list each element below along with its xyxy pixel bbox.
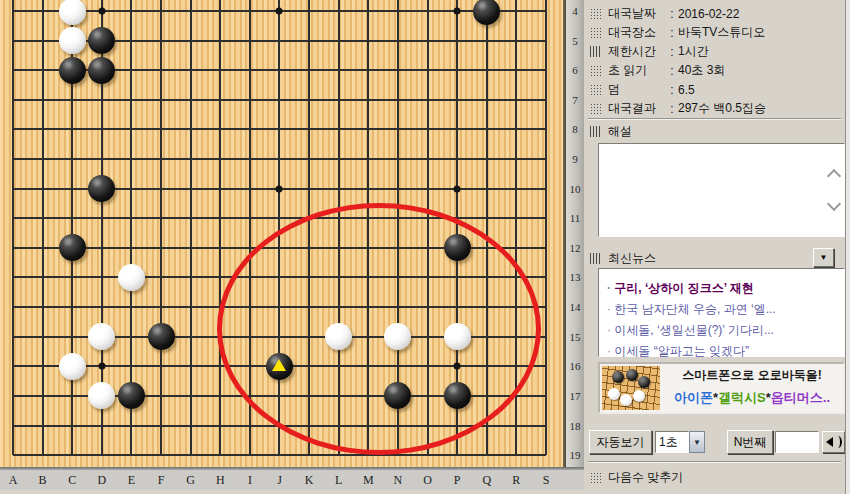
intersection-B7[interactable] <box>28 85 58 115</box>
intersection-O18[interactable] <box>413 411 443 441</box>
intersection-L9[interactable] <box>324 144 354 174</box>
intersection-Q16[interactable] <box>472 352 502 382</box>
intersection-P12[interactable] <box>442 233 472 263</box>
intersection-S13[interactable] <box>531 263 561 293</box>
intersection-B14[interactable] <box>28 292 58 322</box>
intersection-D14[interactable] <box>87 292 117 322</box>
intersection-R12[interactable] <box>502 233 532 263</box>
intersection-F6[interactable] <box>146 55 176 85</box>
intersection-M16[interactable] <box>354 352 384 382</box>
intersection-F12[interactable] <box>146 233 176 263</box>
intersection-M10[interactable] <box>354 174 384 204</box>
intersection-C5[interactable] <box>57 26 87 56</box>
intersection-E11[interactable] <box>117 203 147 233</box>
intersection-Q5[interactable] <box>472 26 502 56</box>
intersection-Q4[interactable] <box>472 0 502 26</box>
intersection-G5[interactable] <box>176 26 206 56</box>
intersection-S10[interactable] <box>531 174 561 204</box>
intersection-O11[interactable] <box>413 203 443 233</box>
intersection-S17[interactable] <box>531 381 561 411</box>
intersection-B16[interactable] <box>28 352 58 382</box>
intersection-H4[interactable] <box>205 0 235 26</box>
intersection-F10[interactable] <box>146 174 176 204</box>
intersection-A10[interactable] <box>0 174 28 204</box>
intersection-E8[interactable] <box>117 115 147 145</box>
intersection-O14[interactable] <box>413 292 443 322</box>
intersection-B13[interactable] <box>28 263 58 293</box>
intersection-S4[interactable] <box>531 0 561 26</box>
intersection-K18[interactable] <box>294 411 324 441</box>
intersection-O19[interactable] <box>413 440 443 467</box>
intersection-H15[interactable] <box>205 322 235 352</box>
intersection-G8[interactable] <box>176 115 206 145</box>
intersection-D11[interactable] <box>87 203 117 233</box>
intersection-G17[interactable] <box>176 381 206 411</box>
intersection-J15[interactable] <box>265 322 295 352</box>
intersection-I17[interactable] <box>235 381 265 411</box>
intersection-D18[interactable] <box>87 411 117 441</box>
intersection-O9[interactable] <box>413 144 443 174</box>
intersection-M5[interactable] <box>354 26 384 56</box>
intersection-N4[interactable] <box>383 0 413 26</box>
intersection-M15[interactable] <box>354 322 384 352</box>
intersection-F19[interactable] <box>146 440 176 467</box>
intersection-E16[interactable] <box>117 352 147 382</box>
intersection-A13[interactable] <box>0 263 28 293</box>
intersection-H5[interactable] <box>205 26 235 56</box>
intersection-J9[interactable] <box>265 144 295 174</box>
intersection-P13[interactable] <box>442 263 472 293</box>
intersection-Q6[interactable] <box>472 55 502 85</box>
intersection-I12[interactable] <box>235 233 265 263</box>
intersection-N15[interactable] <box>383 322 413 352</box>
intersection-G7[interactable] <box>176 85 206 115</box>
intersection-M17[interactable] <box>354 381 384 411</box>
intersection-C7[interactable] <box>57 85 87 115</box>
intersection-B15[interactable] <box>28 322 58 352</box>
intersection-R4[interactable] <box>502 0 532 26</box>
intersection-I11[interactable] <box>235 203 265 233</box>
intersection-N8[interactable] <box>383 115 413 145</box>
intersection-S5[interactable] <box>531 26 561 56</box>
intersection-F5[interactable] <box>146 26 176 56</box>
intersection-P8[interactable] <box>442 115 472 145</box>
intersection-J12[interactable] <box>265 233 295 263</box>
intersection-Q11[interactable] <box>472 203 502 233</box>
intersection-N10[interactable] <box>383 174 413 204</box>
intersection-H19[interactable] <box>205 440 235 467</box>
intersection-A8[interactable] <box>0 115 28 145</box>
intersection-P9[interactable] <box>442 144 472 174</box>
intersection-C8[interactable] <box>57 115 87 145</box>
intersection-L6[interactable] <box>324 55 354 85</box>
intersection-K7[interactable] <box>294 85 324 115</box>
intersection-K17[interactable] <box>294 381 324 411</box>
intersection-I16[interactable] <box>235 352 265 382</box>
combo-arrow-icon[interactable]: ▼ <box>689 431 705 453</box>
intersection-R9[interactable] <box>502 144 532 174</box>
intersection-A7[interactable] <box>0 85 28 115</box>
intersection-H16[interactable] <box>205 352 235 382</box>
intersection-C18[interactable] <box>57 411 87 441</box>
news-listbox[interactable]: 구리, ‘상하이 징크스’ 재현한국 남자단체 우승, 과연 ‘엘...이세돌,… <box>598 268 845 357</box>
intersection-O8[interactable] <box>413 115 443 145</box>
intersection-L17[interactable] <box>324 381 354 411</box>
intersection-F18[interactable] <box>146 411 176 441</box>
intersection-D6[interactable] <box>87 55 117 85</box>
intersection-M12[interactable] <box>354 233 384 263</box>
intersection-G13[interactable] <box>176 263 206 293</box>
intersection-M18[interactable] <box>354 411 384 441</box>
intersection-J13[interactable] <box>265 263 295 293</box>
intersection-M6[interactable] <box>354 55 384 85</box>
intersection-D12[interactable] <box>87 233 117 263</box>
intersection-L19[interactable] <box>324 440 354 467</box>
intersection-Q18[interactable] <box>472 411 502 441</box>
intersection-P6[interactable] <box>442 55 472 85</box>
intersection-L12[interactable] <box>324 233 354 263</box>
intersection-K12[interactable] <box>294 233 324 263</box>
intersection-F16[interactable] <box>146 352 176 382</box>
intersection-O16[interactable] <box>413 352 443 382</box>
intersection-R7[interactable] <box>502 85 532 115</box>
intersection-A15[interactable] <box>0 322 28 352</box>
intersection-Q19[interactable] <box>472 440 502 467</box>
intersection-O4[interactable] <box>413 0 443 26</box>
intersection-M19[interactable] <box>354 440 384 467</box>
intersection-N9[interactable] <box>383 144 413 174</box>
intersection-E14[interactable] <box>117 292 147 322</box>
auto-view-button[interactable]: 자동보기 <box>589 430 652 454</box>
intersection-M7[interactable] <box>354 85 384 115</box>
intersection-M14[interactable] <box>354 292 384 322</box>
intersection-N18[interactable] <box>383 411 413 441</box>
intersection-F17[interactable] <box>146 381 176 411</box>
intersection-C14[interactable] <box>57 292 87 322</box>
intersection-G16[interactable] <box>176 352 206 382</box>
intersection-R11[interactable] <box>502 203 532 233</box>
intersection-N14[interactable] <box>383 292 413 322</box>
intersection-I5[interactable] <box>235 26 265 56</box>
intersection-Q12[interactable] <box>472 233 502 263</box>
intersection-O13[interactable] <box>413 263 443 293</box>
chevron-up-icon[interactable] <box>829 168 838 177</box>
intersection-G9[interactable] <box>176 144 206 174</box>
intersection-P16[interactable] <box>442 352 472 382</box>
intersection-K10[interactable] <box>294 174 324 204</box>
interval-value[interactable]: 1초 <box>655 431 689 453</box>
intersection-L15[interactable] <box>324 322 354 352</box>
intersection-D10[interactable] <box>87 174 117 204</box>
intersection-F13[interactable] <box>146 263 176 293</box>
intersection-C16[interactable] <box>57 352 87 382</box>
intersection-M8[interactable] <box>354 115 384 145</box>
intersection-K19[interactable] <box>294 440 324 467</box>
intersection-K14[interactable] <box>294 292 324 322</box>
intersection-G19[interactable] <box>176 440 206 467</box>
intersection-P10[interactable] <box>442 174 472 204</box>
intersection-P18[interactable] <box>442 411 472 441</box>
interval-combobox[interactable]: 1초 ▼ <box>655 431 705 453</box>
intersection-J17[interactable] <box>265 381 295 411</box>
intersection-R6[interactable] <box>502 55 532 85</box>
intersection-M4[interactable] <box>354 0 384 26</box>
intersection-L16[interactable] <box>324 352 354 382</box>
intersection-I13[interactable] <box>235 263 265 293</box>
intersection-R5[interactable] <box>502 26 532 56</box>
intersection-B6[interactable] <box>28 55 58 85</box>
move-number-input[interactable] <box>775 431 819 453</box>
intersection-J8[interactable] <box>265 115 295 145</box>
intersection-K16[interactable] <box>294 352 324 382</box>
intersection-F9[interactable] <box>146 144 176 174</box>
intersection-P15[interactable] <box>442 322 472 352</box>
intersection-B11[interactable] <box>28 203 58 233</box>
intersection-J10[interactable] <box>265 174 295 204</box>
intersection-B18[interactable] <box>28 411 58 441</box>
intersection-Q10[interactable] <box>472 174 502 204</box>
intersection-L13[interactable] <box>324 263 354 293</box>
intersection-A17[interactable] <box>0 381 28 411</box>
intersection-D9[interactable] <box>87 144 117 174</box>
intersection-H9[interactable] <box>205 144 235 174</box>
intersection-Q17[interactable] <box>472 381 502 411</box>
intersection-R13[interactable] <box>502 263 532 293</box>
intersection-B5[interactable] <box>28 26 58 56</box>
intersection-E19[interactable] <box>117 440 147 467</box>
intersection-K11[interactable] <box>294 203 324 233</box>
intersection-N12[interactable] <box>383 233 413 263</box>
intersection-N13[interactable] <box>383 263 413 293</box>
intersection-P5[interactable] <box>442 26 472 56</box>
intersection-E4[interactable] <box>117 0 147 26</box>
intersection-E12[interactable] <box>117 233 147 263</box>
news-item-3[interactable]: 이세돌 “알파고는 잊겠다” <box>599 341 844 362</box>
intersection-O5[interactable] <box>413 26 443 56</box>
intersection-D17[interactable] <box>87 381 117 411</box>
intersection-Q14[interactable] <box>472 292 502 322</box>
intersection-A16[interactable] <box>0 352 28 382</box>
intersection-I15[interactable] <box>235 322 265 352</box>
intersection-J16[interactable] <box>265 352 295 382</box>
intersection-I18[interactable] <box>235 411 265 441</box>
intersection-B10[interactable] <box>28 174 58 204</box>
intersection-S14[interactable] <box>531 292 561 322</box>
intersection-N5[interactable] <box>383 26 413 56</box>
intersection-R19[interactable] <box>502 440 532 467</box>
intersection-D7[interactable] <box>87 85 117 115</box>
intersection-G10[interactable] <box>176 174 206 204</box>
intersection-F4[interactable] <box>146 0 176 26</box>
intersection-H7[interactable] <box>205 85 235 115</box>
intersection-P19[interactable] <box>442 440 472 467</box>
intersection-K15[interactable] <box>294 322 324 352</box>
intersection-N17[interactable] <box>383 381 413 411</box>
intersection-N11[interactable] <box>383 203 413 233</box>
intersection-K8[interactable] <box>294 115 324 145</box>
intersection-L7[interactable] <box>324 85 354 115</box>
intersection-Q9[interactable] <box>472 144 502 174</box>
intersection-G4[interactable] <box>176 0 206 26</box>
intersection-A19[interactable] <box>0 440 28 467</box>
intersection-D16[interactable] <box>87 352 117 382</box>
intersection-C15[interactable] <box>57 322 87 352</box>
intersection-C4[interactable] <box>57 0 87 26</box>
intersection-K6[interactable] <box>294 55 324 85</box>
intersection-A18[interactable] <box>0 411 28 441</box>
intersection-J18[interactable] <box>265 411 295 441</box>
intersection-R18[interactable] <box>502 411 532 441</box>
intersection-F11[interactable] <box>146 203 176 233</box>
intersection-Q15[interactable] <box>472 322 502 352</box>
intersection-D8[interactable] <box>87 115 117 145</box>
intersection-H17[interactable] <box>205 381 235 411</box>
ad-banner[interactable]: 스마트폰으로 오로바둑을! 아이폰*갤럭시S*옵티머스.. <box>598 362 845 414</box>
intersection-I19[interactable] <box>235 440 265 467</box>
intersection-S11[interactable] <box>531 203 561 233</box>
intersection-R15[interactable] <box>502 322 532 352</box>
news-item-1[interactable]: 한국 남자단체 우승, 과연 ‘엘... <box>599 299 844 320</box>
intersection-S16[interactable] <box>531 352 561 382</box>
news-item-0[interactable]: 구리, ‘상하이 징크스’ 재현 <box>599 278 844 299</box>
intersection-M13[interactable] <box>354 263 384 293</box>
intersection-H18[interactable] <box>205 411 235 441</box>
intersection-L5[interactable] <box>324 26 354 56</box>
intersection-H14[interactable] <box>205 292 235 322</box>
intersection-C12[interactable] <box>57 233 87 263</box>
intersection-G6[interactable] <box>176 55 206 85</box>
intersection-L18[interactable] <box>324 411 354 441</box>
intersection-R16[interactable] <box>502 352 532 382</box>
intersection-H6[interactable] <box>205 55 235 85</box>
intersection-K4[interactable] <box>294 0 324 26</box>
news-dropdown-button[interactable]: ▼ <box>813 248 834 267</box>
intersection-E6[interactable] <box>117 55 147 85</box>
intersection-G14[interactable] <box>176 292 206 322</box>
intersection-P4[interactable] <box>442 0 472 26</box>
intersection-A11[interactable] <box>0 203 28 233</box>
intersection-L10[interactable] <box>324 174 354 204</box>
intersection-J7[interactable] <box>265 85 295 115</box>
intersection-G15[interactable] <box>176 322 206 352</box>
intersection-O7[interactable] <box>413 85 443 115</box>
intersection-Q7[interactable] <box>472 85 502 115</box>
intersection-S19[interactable] <box>531 440 561 467</box>
intersection-Q8[interactable] <box>472 115 502 145</box>
intersection-S8[interactable] <box>531 115 561 145</box>
intersection-R14[interactable] <box>502 292 532 322</box>
intersection-S18[interactable] <box>531 411 561 441</box>
intersection-S6[interactable] <box>531 55 561 85</box>
intersection-M9[interactable] <box>354 144 384 174</box>
intersection-L11[interactable] <box>324 203 354 233</box>
intersection-B17[interactable] <box>28 381 58 411</box>
intersection-D15[interactable] <box>87 322 117 352</box>
intersection-L8[interactable] <box>324 115 354 145</box>
intersection-E18[interactable] <box>117 411 147 441</box>
intersection-A12[interactable] <box>0 233 28 263</box>
intersection-P14[interactable] <box>442 292 472 322</box>
chevron-down-icon[interactable] <box>829 200 838 209</box>
intersection-C13[interactable] <box>57 263 87 293</box>
intersection-H8[interactable] <box>205 115 235 145</box>
intersection-F7[interactable] <box>146 85 176 115</box>
intersection-E5[interactable] <box>117 26 147 56</box>
intersection-I6[interactable] <box>235 55 265 85</box>
intersection-F8[interactable] <box>146 115 176 145</box>
intersection-L4[interactable] <box>324 0 354 26</box>
intersection-E15[interactable] <box>117 322 147 352</box>
intersection-D13[interactable] <box>87 263 117 293</box>
intersection-Q13[interactable] <box>472 263 502 293</box>
intersection-J19[interactable] <box>265 440 295 467</box>
intersection-C11[interactable] <box>57 203 87 233</box>
intersection-B19[interactable] <box>28 440 58 467</box>
intersection-G11[interactable] <box>176 203 206 233</box>
intersection-F14[interactable] <box>146 292 176 322</box>
intersection-I10[interactable] <box>235 174 265 204</box>
intersection-E13[interactable] <box>117 263 147 293</box>
intersection-A5[interactable] <box>0 26 28 56</box>
intersection-N16[interactable] <box>383 352 413 382</box>
intersection-B12[interactable] <box>28 233 58 263</box>
intersection-A4[interactable] <box>0 0 28 26</box>
intersection-J6[interactable] <box>265 55 295 85</box>
intersection-H11[interactable] <box>205 203 235 233</box>
intersection-O17[interactable] <box>413 381 443 411</box>
intersection-D5[interactable] <box>87 26 117 56</box>
intersection-J11[interactable] <box>265 203 295 233</box>
intersection-S7[interactable] <box>531 85 561 115</box>
intersection-P7[interactable] <box>442 85 472 115</box>
intersection-C17[interactable] <box>57 381 87 411</box>
intersection-G18[interactable] <box>176 411 206 441</box>
intersection-B9[interactable] <box>28 144 58 174</box>
intersection-A6[interactable] <box>0 55 28 85</box>
intersection-H13[interactable] <box>205 263 235 293</box>
sound-button[interactable] <box>822 431 845 453</box>
intersection-C19[interactable] <box>57 440 87 467</box>
intersection-G12[interactable] <box>176 233 206 263</box>
intersection-R8[interactable] <box>502 115 532 145</box>
intersection-A14[interactable] <box>0 292 28 322</box>
intersection-O6[interactable] <box>413 55 443 85</box>
intersection-K13[interactable] <box>294 263 324 293</box>
intersection-S12[interactable] <box>531 233 561 263</box>
intersection-E17[interactable] <box>117 381 147 411</box>
intersection-A9[interactable] <box>0 144 28 174</box>
intersection-E10[interactable] <box>117 174 147 204</box>
intersection-D19[interactable] <box>87 440 117 467</box>
intersection-P11[interactable] <box>442 203 472 233</box>
intersection-P17[interactable] <box>442 381 472 411</box>
intersection-N7[interactable] <box>383 85 413 115</box>
intersection-K9[interactable] <box>294 144 324 174</box>
intersection-I4[interactable] <box>235 0 265 26</box>
intersection-H10[interactable] <box>205 174 235 204</box>
intersection-I7[interactable] <box>235 85 265 115</box>
intersection-F15[interactable] <box>146 322 176 352</box>
news-item-2[interactable]: 이세돌, ‘생일선물(?)’ 기다리... <box>599 320 844 341</box>
intersection-C6[interactable] <box>57 55 87 85</box>
intersection-N6[interactable] <box>383 55 413 85</box>
intersection-J14[interactable] <box>265 292 295 322</box>
intersection-R17[interactable] <box>502 381 532 411</box>
intersection-K5[interactable] <box>294 26 324 56</box>
intersection-E7[interactable] <box>117 85 147 115</box>
intersection-H12[interactable] <box>205 233 235 263</box>
nth-move-button[interactable]: N번째 <box>727 430 773 454</box>
